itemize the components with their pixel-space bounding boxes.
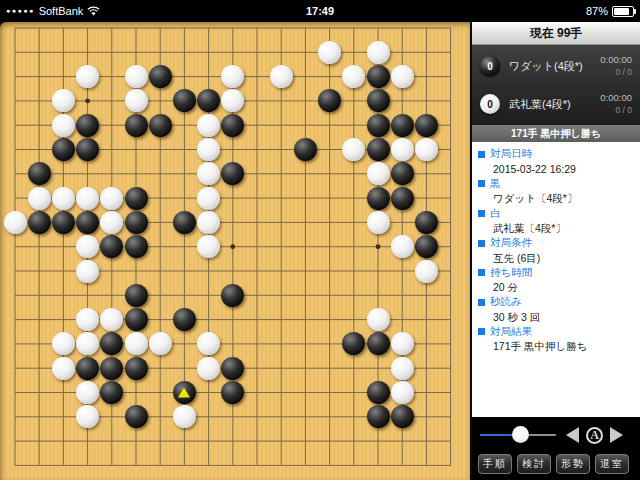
game-info-panel: 対局日時2015-03-22 16:29黒ワダット〔4段*〕白武礼葉〔4段*〕対…	[472, 142, 640, 417]
playback-controls: A 手順検討形勢退室	[472, 417, 640, 480]
black-stone	[367, 405, 390, 428]
black-stone	[125, 211, 148, 234]
white-stone	[415, 260, 438, 283]
white-stone	[197, 211, 220, 234]
nav-button-tejun[interactable]: 手順	[478, 454, 512, 474]
nav-button-taishitsu[interactable]: 退室	[595, 454, 629, 474]
white-stone	[197, 114, 220, 137]
info-section-label: 黒	[478, 177, 634, 192]
black-stone	[173, 211, 196, 234]
white-stone	[76, 187, 99, 210]
info-section-value: 171手 黒中押し勝ち	[478, 339, 634, 354]
player-clock: 0:00:000 / 0	[600, 92, 632, 115]
black-stone	[28, 162, 51, 185]
info-section-value: 武礼葉〔4段*〕	[478, 221, 634, 236]
info-section-value: 互先 (6目)	[478, 251, 634, 266]
white-stone	[149, 332, 172, 355]
black-stone	[221, 114, 244, 137]
black-stone	[173, 381, 196, 404]
black-stone	[76, 211, 99, 234]
black-stone	[367, 381, 390, 404]
white-stone	[270, 65, 293, 88]
prev-move-icon[interactable]	[566, 427, 579, 443]
info-section-label: 対局結果	[478, 325, 634, 340]
black-stone	[391, 162, 414, 185]
white-stone	[391, 138, 414, 161]
black-stone	[149, 114, 172, 137]
info-section-value: 20 分	[478, 280, 634, 295]
black-stone	[76, 114, 99, 137]
black-stone	[367, 65, 390, 88]
black-stone	[415, 211, 438, 234]
info-section-label: 秒読み	[478, 295, 634, 310]
black-stone	[294, 138, 317, 161]
white-stone	[125, 332, 148, 355]
black-stone	[391, 114, 414, 137]
black-stone	[367, 89, 390, 112]
black-captures-badge: 0	[480, 56, 500, 76]
result-banner: 171手 黒中押し勝ち	[472, 125, 640, 142]
battery-percent-label: 87%	[586, 5, 608, 17]
slider-knob[interactable]	[512, 426, 529, 443]
black-stone	[149, 65, 172, 88]
white-stone	[52, 114, 75, 137]
white-stone	[391, 235, 414, 258]
nav-button-kentou[interactable]: 検討	[517, 454, 551, 474]
player-clock: 0:00:000 / 0	[600, 54, 632, 77]
black-stone	[367, 332, 390, 355]
white-stone	[197, 138, 220, 161]
info-section-label: 持ち時間	[478, 265, 634, 280]
white-stone	[367, 162, 390, 185]
black-stone	[28, 211, 51, 234]
black-stone	[367, 187, 390, 210]
white-stone	[318, 41, 341, 64]
black-stone	[52, 211, 75, 234]
move-slider[interactable]	[478, 426, 558, 444]
section-bullet-icon	[478, 151, 485, 158]
white-stone	[52, 187, 75, 210]
player-row-black: 0ワダット(4段*)0:00:000 / 0	[472, 48, 640, 84]
black-stone	[367, 114, 390, 137]
clock-label: 17:49	[0, 0, 640, 22]
black-stone	[367, 138, 390, 161]
info-section-value: ワダット〔4段*〕	[478, 191, 634, 206]
black-stone	[76, 138, 99, 161]
black-stone	[125, 235, 148, 258]
black-stone	[415, 114, 438, 137]
info-section-label: 対局条件	[478, 236, 634, 251]
white-stone	[367, 41, 390, 64]
next-move-icon[interactable]	[610, 427, 623, 443]
section-bullet-icon	[478, 299, 485, 306]
move-counter-header: 現在 99手	[472, 22, 640, 45]
black-stone	[76, 357, 99, 380]
info-section-label: 白	[478, 206, 634, 221]
section-bullet-icon	[478, 210, 485, 217]
info-section-label: 対局日時	[478, 147, 634, 162]
status-bar: ●●●●● SoftBank 17:49 87%	[0, 0, 640, 22]
black-stone	[52, 138, 75, 161]
black-stone	[125, 405, 148, 428]
white-stone	[391, 65, 414, 88]
section-bullet-icon	[478, 269, 485, 276]
white-captures-badge: 0	[480, 94, 500, 114]
black-stone	[391, 405, 414, 428]
black-stone	[221, 357, 244, 380]
white-stone	[391, 381, 414, 404]
white-stone	[367, 308, 390, 331]
black-stone	[125, 114, 148, 137]
player-row-white: 0武礼葉(4段*)0:00:000 / 0	[472, 86, 640, 122]
go-board[interactable]	[0, 22, 470, 480]
white-stone	[125, 89, 148, 112]
white-stone	[391, 357, 414, 380]
white-stone	[197, 357, 220, 380]
black-stone	[125, 308, 148, 331]
battery-icon	[612, 6, 634, 17]
black-stone	[125, 357, 148, 380]
black-stone	[415, 235, 438, 258]
last-move-marker-icon	[178, 387, 190, 397]
white-stone	[391, 332, 414, 355]
section-bullet-icon	[478, 180, 485, 187]
black-stone	[125, 284, 148, 307]
black-stone	[391, 187, 414, 210]
black-stone	[125, 187, 148, 210]
white-stone	[197, 187, 220, 210]
section-bullet-icon	[478, 328, 485, 335]
black-stone	[173, 308, 196, 331]
white-stone	[76, 381, 99, 404]
black-stone	[221, 284, 244, 307]
player-name: 武礼葉(4段*)	[509, 97, 591, 112]
player-panel: 0ワダット(4段*)0:00:000 / 00武礼葉(4段*)0:00:000 …	[472, 45, 640, 125]
white-stone	[76, 260, 99, 283]
auto-play-icon[interactable]: A	[586, 427, 603, 444]
white-stone	[415, 138, 438, 161]
white-stone	[52, 357, 75, 380]
section-bullet-icon	[478, 240, 485, 247]
player-name: ワダット(4段*)	[509, 59, 591, 74]
nav-button-keisei[interactable]: 形勢	[556, 454, 590, 474]
white-stone	[4, 211, 27, 234]
sidebar: 現在 99手 0ワダット(4段*)0:00:000 / 00武礼葉(4段*)0:…	[472, 22, 640, 480]
black-stone	[100, 357, 123, 380]
info-section-value: 30 秒 3 回	[478, 310, 634, 325]
white-stone	[125, 65, 148, 88]
white-stone	[367, 211, 390, 234]
white-stone	[100, 187, 123, 210]
white-stone	[28, 187, 51, 210]
info-section-value: 2015-03-22 16:29	[478, 162, 634, 177]
